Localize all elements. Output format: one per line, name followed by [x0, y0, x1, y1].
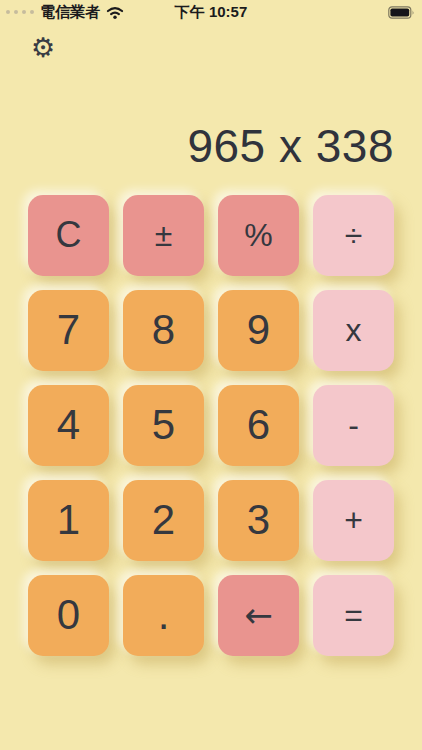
status-bar-left: 電信業者: [6, 3, 124, 22]
key-6[interactable]: 6: [218, 385, 299, 466]
key-subtract[interactable]: -: [313, 385, 394, 466]
settings-button[interactable]: ⚙: [31, 34, 55, 61]
carrier-label: 電信業者: [40, 3, 100, 22]
status-bar: 電信業者 下午 10:57: [0, 0, 422, 24]
keypad: C ± % ÷ 7 8 9 x 4 5 6 - 1 2 3 + 0 . ← =: [28, 195, 394, 656]
key-backspace[interactable]: ←: [218, 575, 299, 656]
display-expression: 965 x 338: [187, 120, 394, 172]
key-3[interactable]: 3: [218, 480, 299, 561]
key-1[interactable]: 1: [28, 480, 109, 561]
cellular-signal-icon: [6, 10, 34, 14]
key-clear[interactable]: C: [28, 195, 109, 276]
key-0[interactable]: 0: [28, 575, 109, 656]
key-2[interactable]: 2: [123, 480, 204, 561]
key-5[interactable]: 5: [123, 385, 204, 466]
gear-icon: ⚙: [31, 32, 55, 63]
status-bar-right: [388, 6, 415, 19]
key-multiply[interactable]: x: [313, 290, 394, 371]
key-percent[interactable]: %: [218, 195, 299, 276]
key-decimal[interactable]: .: [123, 575, 204, 656]
key-9[interactable]: 9: [218, 290, 299, 371]
key-divide[interactable]: ÷: [313, 195, 394, 276]
toolbar: ⚙: [0, 24, 422, 72]
key-add[interactable]: +: [313, 480, 394, 561]
battery-icon: [388, 6, 415, 19]
key-equals[interactable]: =: [313, 575, 394, 656]
calculator-display: 965 x 338: [0, 120, 422, 173]
key-plus-minus[interactable]: ±: [123, 195, 204, 276]
wifi-icon: [106, 6, 124, 19]
key-7[interactable]: 7: [28, 290, 109, 371]
key-8[interactable]: 8: [123, 290, 204, 371]
calculator-app: 電信業者 下午 10:57 ⚙ 965 x 338 C ± % ÷ 7: [0, 0, 422, 750]
key-4[interactable]: 4: [28, 385, 109, 466]
